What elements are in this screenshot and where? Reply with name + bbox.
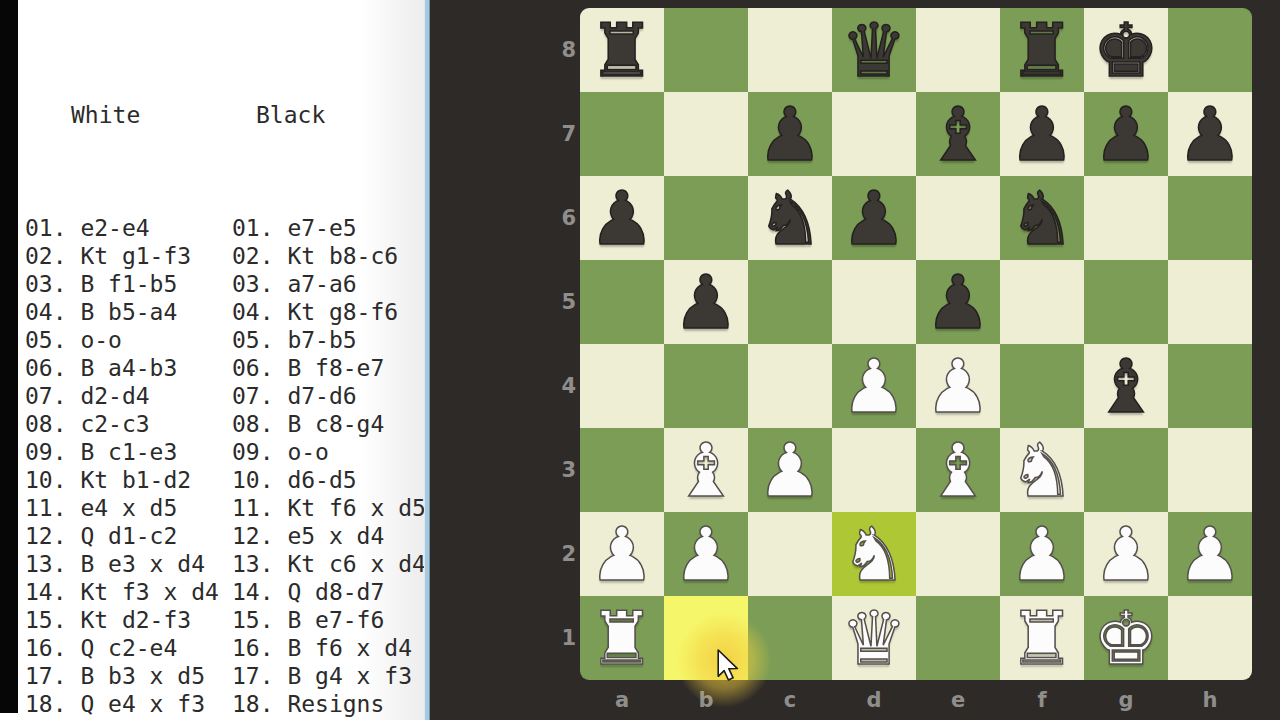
- piece-bp-d6[interactable]: ♟: [832, 176, 916, 260]
- move-row-black-08: 08. B c8-g4: [232, 410, 426, 438]
- file-label-f: f: [1000, 687, 1084, 713]
- move-row-black-18: 18. Resigns: [232, 690, 426, 718]
- square-b3[interactable]: ♝: [664, 428, 748, 512]
- square-d5[interactable]: [832, 260, 916, 344]
- square-f6[interactable]: ♞: [1000, 176, 1084, 260]
- square-g3[interactable]: [1084, 428, 1168, 512]
- square-a1[interactable]: ♜: [580, 596, 664, 680]
- piece-bn-f6[interactable]: ♞: [1000, 176, 1084, 260]
- square-e2[interactable]: [916, 512, 1000, 596]
- piece-wq-d1[interactable]: ♛: [832, 596, 916, 680]
- piece-wp-a2[interactable]: ♟: [580, 512, 664, 596]
- move-row-black-03: 03. a7-a6: [232, 270, 426, 298]
- piece-bq-d8[interactable]: ♛: [832, 8, 916, 92]
- piece-wp-d4[interactable]: ♟: [832, 344, 916, 428]
- square-b8[interactable]: [664, 8, 748, 92]
- square-g8[interactable]: ♚: [1084, 8, 1168, 92]
- piece-bp-g7[interactable]: ♟: [1084, 92, 1168, 176]
- move-column-white: White 01. e2-e402. Kt g1-f303. B f1-b504…: [25, 45, 219, 720]
- app-window: White 01. e2-e402. Kt g1-f303. B f1-b504…: [0, 0, 1280, 720]
- square-b6[interactable]: [664, 176, 748, 260]
- move-row-white-13: 13. B e3 x d4: [25, 550, 219, 578]
- square-d2[interactable]: ♞: [832, 512, 916, 596]
- move-row-black-05: 05. b7-b5: [232, 326, 426, 354]
- move-row-white-18: 18. Q e4 x f3: [25, 690, 219, 718]
- piece-wr-a1[interactable]: ♜: [580, 596, 664, 680]
- white-column-header: White: [25, 101, 219, 129]
- file-label-e: e: [916, 687, 1000, 713]
- move-row-white-09: 09. B c1-e3: [25, 438, 219, 466]
- square-b1[interactable]: [664, 596, 748, 680]
- piece-bp-c7[interactable]: ♟: [748, 92, 832, 176]
- piece-wn-f3[interactable]: ♞: [1000, 428, 1084, 512]
- piece-bp-f7[interactable]: ♟: [1000, 92, 1084, 176]
- file-label-b: b: [664, 687, 748, 713]
- piece-wp-e4[interactable]: ♟: [916, 344, 1000, 428]
- window-divider[interactable]: [424, 0, 430, 720]
- rank-label-2: 2: [540, 541, 576, 567]
- black-column-header: Black: [232, 101, 426, 129]
- square-b2[interactable]: ♟: [664, 512, 748, 596]
- move-row-black-12: 12. e5 x d4: [232, 522, 426, 550]
- square-d6[interactable]: ♟: [832, 176, 916, 260]
- square-e6[interactable]: [916, 176, 1000, 260]
- square-g5[interactable]: [1084, 260, 1168, 344]
- file-label-c: c: [748, 687, 832, 713]
- piece-wn-d2[interactable]: ♞: [832, 512, 916, 596]
- piece-bk-g8[interactable]: ♚: [1084, 8, 1168, 92]
- move-row-black-07: 07. d7-d6: [232, 382, 426, 410]
- square-a4[interactable]: [580, 344, 664, 428]
- notation-panel: White 01. e2-e402. Kt g1-f303. B f1-b504…: [0, 0, 424, 720]
- rank-label-3: 3: [540, 457, 576, 483]
- move-row-black-06: 06. B f8-e7: [232, 354, 426, 382]
- move-row-white-17: 17. B b3 x d5: [25, 662, 219, 690]
- square-f5[interactable]: [1000, 260, 1084, 344]
- rank-label-7: 7: [540, 121, 576, 147]
- square-f4[interactable]: [1000, 344, 1084, 428]
- file-label-a: a: [580, 687, 664, 713]
- square-d8[interactable]: ♛: [832, 8, 916, 92]
- piece-wp-h2[interactable]: ♟: [1168, 512, 1252, 596]
- piece-wp-c3[interactable]: ♟: [748, 428, 832, 512]
- square-g6[interactable]: [1084, 176, 1168, 260]
- square-d3[interactable]: [832, 428, 916, 512]
- square-a7[interactable]: [580, 92, 664, 176]
- rank-label-8: 8: [540, 37, 576, 63]
- square-c4[interactable]: [748, 344, 832, 428]
- square-g7[interactable]: ♟: [1084, 92, 1168, 176]
- square-a2[interactable]: ♟: [580, 512, 664, 596]
- square-h4[interactable]: [1168, 344, 1252, 428]
- square-e7[interactable]: ♝: [916, 92, 1000, 176]
- move-row-black-14: 14. Q d8-d7: [232, 578, 426, 606]
- move-row-white-08: 08. c2-c3: [25, 410, 219, 438]
- move-row-black-01: 01. e7-e5: [232, 214, 426, 242]
- move-row-white-14: 14. Kt f3 x d4: [25, 578, 219, 606]
- piece-bb-e7[interactable]: ♝: [916, 92, 1000, 176]
- window-edge-strip: [0, 0, 18, 713]
- move-row-white-01: 01. e2-e4: [25, 214, 219, 242]
- square-f2[interactable]: ♟: [1000, 512, 1084, 596]
- piece-wb-b3[interactable]: ♝: [664, 428, 748, 512]
- piece-wp-f2[interactable]: ♟: [1000, 512, 1084, 596]
- move-row-black-17: 17. B g4 x f3: [232, 662, 426, 690]
- square-e3[interactable]: ♝: [916, 428, 1000, 512]
- rank-label-5: 5: [540, 289, 576, 315]
- square-a8[interactable]: ♜: [580, 8, 664, 92]
- piece-bb-g4[interactable]: ♝: [1084, 344, 1168, 428]
- piece-wr-f1[interactable]: ♜: [1000, 596, 1084, 680]
- square-b7[interactable]: [664, 92, 748, 176]
- move-row-black-09: 09. o-o: [232, 438, 426, 466]
- file-label-d: d: [832, 687, 916, 713]
- rank-label-1: 1: [540, 625, 576, 651]
- move-row-black-13: 13. Kt c6 x d4: [232, 550, 426, 578]
- square-f1[interactable]: ♜: [1000, 596, 1084, 680]
- white-moves: 01. e2-e402. Kt g1-f303. B f1-b504. B b5…: [25, 214, 219, 718]
- move-row-white-07: 07. d2-d4: [25, 382, 219, 410]
- square-g4[interactable]: ♝: [1084, 344, 1168, 428]
- move-row-black-16: 16. B f6 x d4: [232, 634, 426, 662]
- square-h3[interactable]: [1168, 428, 1252, 512]
- square-g2[interactable]: ♟: [1084, 512, 1168, 596]
- piece-wb-e3[interactable]: ♝: [916, 428, 1000, 512]
- square-f3[interactable]: ♞: [1000, 428, 1084, 512]
- square-e8[interactable]: [916, 8, 1000, 92]
- square-h5[interactable]: [1168, 260, 1252, 344]
- piece-br-f8[interactable]: ♜: [1000, 8, 1084, 92]
- move-row-white-16: 16. Q c2-e4: [25, 634, 219, 662]
- black-moves: 01. e7-e502. Kt b8-c603. a7-a604. Kt g8-…: [232, 214, 426, 718]
- piece-bp-a6[interactable]: ♟: [580, 176, 664, 260]
- square-f8[interactable]: ♜: [1000, 8, 1084, 92]
- move-row-white-11: 11. e4 x d5: [25, 494, 219, 522]
- move-row-black-10: 10. d6-d5: [232, 466, 426, 494]
- square-a3[interactable]: [580, 428, 664, 512]
- square-c8[interactable]: [748, 8, 832, 92]
- square-c6[interactable]: ♞: [748, 176, 832, 260]
- piece-bn-c6[interactable]: ♞: [748, 176, 832, 260]
- square-b5[interactable]: ♟: [664, 260, 748, 344]
- piece-wp-g2[interactable]: ♟: [1084, 512, 1168, 596]
- file-label-g: g: [1084, 687, 1168, 713]
- square-h6[interactable]: [1168, 176, 1252, 260]
- square-c2[interactable]: [748, 512, 832, 596]
- piece-bp-h7[interactable]: ♟: [1168, 92, 1252, 176]
- square-g1[interactable]: ♚: [1084, 596, 1168, 680]
- move-row-black-04: 04. Kt g8-f6: [232, 298, 426, 326]
- move-row-black-15: 15. B e7-f6: [232, 606, 426, 634]
- piece-br-a8[interactable]: ♜: [580, 8, 664, 92]
- square-h8[interactable]: [1168, 8, 1252, 92]
- square-h2[interactable]: ♟: [1168, 512, 1252, 596]
- square-e1[interactable]: [916, 596, 1000, 680]
- move-row-white-15: 15. Kt d2-f3: [25, 606, 219, 634]
- square-c7[interactable]: ♟: [748, 92, 832, 176]
- square-a5[interactable]: [580, 260, 664, 344]
- piece-bp-e5[interactable]: ♟: [916, 260, 1000, 344]
- square-c5[interactable]: [748, 260, 832, 344]
- piece-wk-g1[interactable]: ♚: [1084, 596, 1168, 680]
- move-column-black: Black 01. e7-e502. Kt b8-c603. a7-a604. …: [232, 45, 426, 720]
- move-row-black-11: 11. Kt f6 x d5: [232, 494, 426, 522]
- piece-wp-b2[interactable]: ♟: [664, 512, 748, 596]
- move-row-white-02: 02. Kt g1-f3: [25, 242, 219, 270]
- square-d4[interactable]: ♟: [832, 344, 916, 428]
- move-row-black-02: 02. Kt b8-c6: [232, 242, 426, 270]
- square-d7[interactable]: [832, 92, 916, 176]
- square-e5[interactable]: ♟: [916, 260, 1000, 344]
- move-row-white-06: 06. B a4-b3: [25, 354, 219, 382]
- square-a6[interactable]: ♟: [580, 176, 664, 260]
- move-row-white-03: 03. B f1-b5: [25, 270, 219, 298]
- rank-label-4: 4: [540, 373, 576, 399]
- square-f7[interactable]: ♟: [1000, 92, 1084, 176]
- square-b4[interactable]: [664, 344, 748, 428]
- square-d1[interactable]: ♛: [832, 596, 916, 680]
- piece-bp-b5[interactable]: ♟: [664, 260, 748, 344]
- square-h7[interactable]: ♟: [1168, 92, 1252, 176]
- chess-board[interactable]: ♜♛♜♚♟♝♟♟♟♟♞♟♞♟♟♟♟♝♝♟♝♞♟♟♞♟♟♟♜♛♜♚: [580, 8, 1252, 680]
- file-label-h: h: [1168, 687, 1252, 713]
- square-c1[interactable]: [748, 596, 832, 680]
- move-row-white-04: 04. B b5-a4: [25, 298, 219, 326]
- rank-label-6: 6: [540, 205, 576, 231]
- square-c3[interactable]: ♟: [748, 428, 832, 512]
- move-row-white-10: 10. Kt b1-d2: [25, 466, 219, 494]
- move-row-white-12: 12. Q d1-c2: [25, 522, 219, 550]
- move-row-white-05: 05. o-o: [25, 326, 219, 354]
- square-e4[interactable]: ♟: [916, 344, 1000, 428]
- square-h1[interactable]: [1168, 596, 1252, 680]
